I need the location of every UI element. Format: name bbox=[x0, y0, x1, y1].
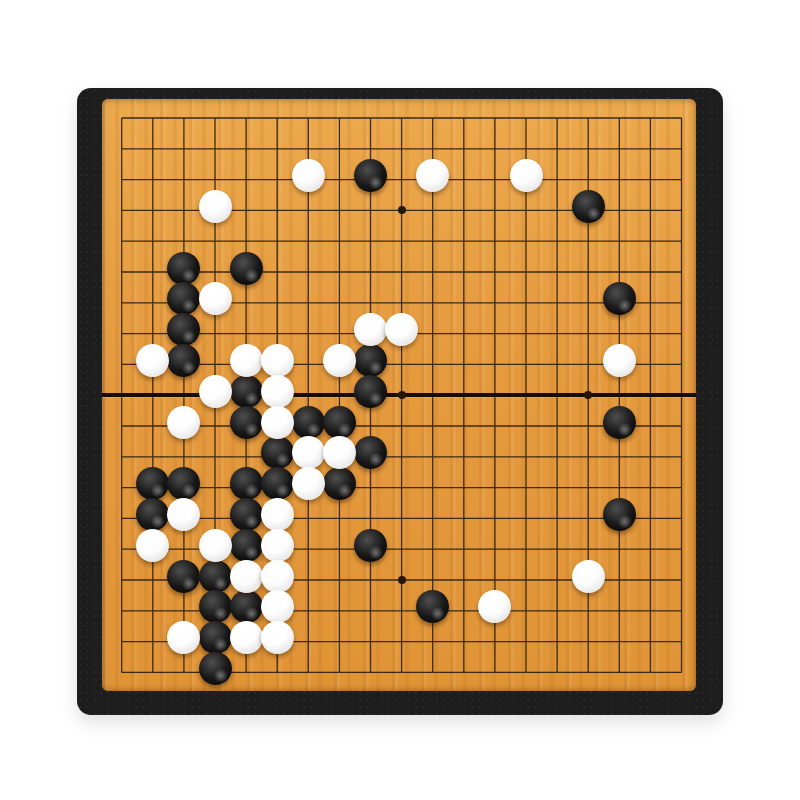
white-stone[interactable] bbox=[292, 467, 325, 500]
black-stone[interactable] bbox=[603, 498, 636, 531]
star-point bbox=[398, 391, 406, 399]
black-stone[interactable] bbox=[136, 498, 169, 531]
white-stone[interactable] bbox=[199, 190, 232, 223]
white-stone[interactable] bbox=[292, 436, 325, 469]
white-stone[interactable] bbox=[199, 529, 232, 562]
black-stone[interactable] bbox=[167, 252, 200, 285]
white-stone[interactable] bbox=[261, 406, 294, 439]
black-stone[interactable] bbox=[230, 467, 263, 500]
black-stone[interactable] bbox=[167, 560, 200, 593]
white-stone[interactable] bbox=[323, 436, 356, 469]
white-stone[interactable] bbox=[603, 344, 636, 377]
black-stone[interactable] bbox=[199, 590, 232, 623]
white-stone[interactable] bbox=[136, 529, 169, 562]
white-stone[interactable] bbox=[261, 590, 294, 623]
black-stone[interactable] bbox=[230, 590, 263, 623]
star-point bbox=[398, 576, 406, 584]
white-stone[interactable] bbox=[261, 375, 294, 408]
white-stone[interactable] bbox=[261, 621, 294, 654]
white-stone[interactable] bbox=[261, 529, 294, 562]
black-stone[interactable] bbox=[292, 406, 325, 439]
black-stone[interactable] bbox=[199, 652, 232, 685]
black-stone[interactable] bbox=[323, 406, 356, 439]
white-stone[interactable] bbox=[261, 344, 294, 377]
black-stone[interactable] bbox=[603, 282, 636, 315]
black-stone[interactable] bbox=[230, 406, 263, 439]
white-stone[interactable] bbox=[136, 344, 169, 377]
black-stone[interactable] bbox=[354, 375, 387, 408]
white-stone[interactable] bbox=[199, 282, 232, 315]
black-stone[interactable] bbox=[603, 406, 636, 439]
white-stone[interactable] bbox=[385, 313, 418, 346]
black-stone[interactable] bbox=[230, 498, 263, 531]
white-stone[interactable] bbox=[230, 344, 263, 377]
white-stone[interactable] bbox=[167, 406, 200, 439]
black-stone[interactable] bbox=[261, 436, 294, 469]
white-stone[interactable] bbox=[261, 498, 294, 531]
black-stone[interactable] bbox=[230, 529, 263, 562]
white-stone[interactable] bbox=[199, 375, 232, 408]
black-stone[interactable] bbox=[199, 560, 232, 593]
white-stone[interactable] bbox=[510, 159, 543, 192]
black-stone[interactable] bbox=[323, 467, 356, 500]
black-stone[interactable] bbox=[354, 344, 387, 377]
white-stone[interactable] bbox=[354, 313, 387, 346]
black-stone[interactable] bbox=[354, 159, 387, 192]
board-frame bbox=[77, 88, 723, 715]
black-stone[interactable] bbox=[572, 190, 605, 223]
page-background: { "game": "go", "product": "folding magn… bbox=[0, 0, 800, 800]
white-stone[interactable] bbox=[572, 560, 605, 593]
white-stone[interactable] bbox=[323, 344, 356, 377]
black-stone[interactable] bbox=[230, 375, 263, 408]
white-stone[interactable] bbox=[230, 560, 263, 593]
star-point bbox=[398, 206, 406, 214]
white-stone[interactable] bbox=[261, 560, 294, 593]
white-stone[interactable] bbox=[230, 621, 263, 654]
board-surface[interactable] bbox=[102, 99, 696, 691]
black-stone[interactable] bbox=[354, 529, 387, 562]
white-stone[interactable] bbox=[292, 159, 325, 192]
black-stone[interactable] bbox=[199, 621, 232, 654]
black-stone[interactable] bbox=[261, 467, 294, 500]
black-stone[interactable] bbox=[230, 252, 263, 285]
